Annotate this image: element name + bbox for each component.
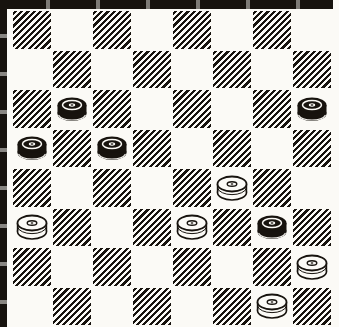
square-29 bbox=[12, 287, 52, 327]
square-13 bbox=[12, 129, 52, 169]
square-6 bbox=[92, 50, 132, 90]
square-30 bbox=[92, 287, 132, 327]
dark-square bbox=[172, 89, 212, 129]
square-12 bbox=[292, 89, 332, 129]
board-border-top bbox=[0, 0, 333, 9]
dark-square bbox=[292, 287, 332, 327]
square-26 bbox=[132, 247, 172, 287]
white-man bbox=[295, 253, 329, 281]
dark-square bbox=[292, 129, 332, 169]
dark-square bbox=[92, 89, 132, 129]
square-10 bbox=[132, 89, 172, 129]
white-man bbox=[15, 213, 49, 241]
dark-square bbox=[12, 168, 52, 208]
black-man bbox=[15, 134, 49, 162]
dark-square bbox=[12, 10, 52, 50]
square-2 bbox=[132, 10, 172, 50]
white-man bbox=[175, 213, 209, 241]
black-man bbox=[255, 213, 289, 241]
dark-square bbox=[132, 287, 172, 327]
black-man bbox=[295, 95, 329, 123]
dark-square bbox=[92, 10, 132, 50]
square-15 bbox=[172, 129, 212, 169]
dark-square bbox=[252, 168, 292, 208]
square-20 bbox=[292, 168, 332, 208]
dark-square bbox=[292, 208, 332, 248]
dark-square bbox=[132, 208, 172, 248]
square-1 bbox=[52, 10, 92, 50]
dark-square bbox=[12, 247, 52, 287]
scanned-checkers-diagram bbox=[0, 0, 339, 327]
square-3 bbox=[212, 10, 252, 50]
square-11 bbox=[212, 89, 252, 129]
square-21 bbox=[12, 208, 52, 248]
dark-square bbox=[212, 287, 252, 327]
square-14 bbox=[92, 129, 132, 169]
square-19 bbox=[212, 168, 252, 208]
dark-square bbox=[252, 89, 292, 129]
white-man bbox=[215, 174, 249, 202]
dark-square bbox=[212, 129, 252, 169]
square-9 bbox=[52, 89, 92, 129]
dark-square bbox=[12, 89, 52, 129]
dark-square bbox=[172, 10, 212, 50]
dark-square bbox=[52, 50, 92, 90]
square-16 bbox=[252, 129, 292, 169]
square-7 bbox=[172, 50, 212, 90]
dark-square bbox=[252, 247, 292, 287]
black-man bbox=[55, 95, 89, 123]
dark-square bbox=[212, 50, 252, 90]
square-17 bbox=[52, 168, 92, 208]
checkers-board bbox=[12, 10, 332, 326]
black-man bbox=[95, 134, 129, 162]
dark-square bbox=[52, 208, 92, 248]
dark-square bbox=[172, 168, 212, 208]
square-5 bbox=[12, 50, 52, 90]
square-8 bbox=[252, 50, 292, 90]
square-31 bbox=[172, 287, 212, 327]
square-18 bbox=[132, 168, 172, 208]
square-4 bbox=[292, 10, 332, 50]
square-28 bbox=[292, 247, 332, 287]
dark-square bbox=[252, 10, 292, 50]
dark-square bbox=[52, 287, 92, 327]
dark-square bbox=[212, 208, 252, 248]
square-25 bbox=[52, 247, 92, 287]
dark-square bbox=[52, 129, 92, 169]
dark-square bbox=[92, 168, 132, 208]
dark-square bbox=[292, 50, 332, 90]
square-27 bbox=[212, 247, 252, 287]
dark-square bbox=[132, 129, 172, 169]
board-border-left bbox=[0, 0, 7, 327]
dark-square bbox=[132, 50, 172, 90]
square-23 bbox=[172, 208, 212, 248]
square-32 bbox=[252, 287, 292, 327]
dark-square bbox=[92, 247, 132, 287]
square-24 bbox=[252, 208, 292, 248]
dark-square bbox=[172, 247, 212, 287]
square-22 bbox=[92, 208, 132, 248]
white-man bbox=[255, 292, 289, 320]
